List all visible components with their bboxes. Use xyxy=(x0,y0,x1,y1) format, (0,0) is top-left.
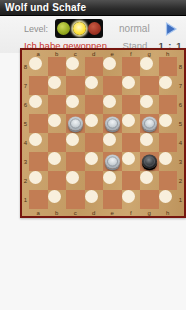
square-g2[interactable] xyxy=(140,171,153,184)
white-sheep-checker-c5[interactable] xyxy=(68,117,83,131)
square-a6[interactable] xyxy=(29,95,42,108)
square-c3[interactable] xyxy=(66,152,85,171)
square-f5[interactable] xyxy=(122,114,135,127)
square-g1[interactable] xyxy=(140,190,159,209)
square-c8[interactable] xyxy=(66,57,79,70)
yellow-light-normal[interactable] xyxy=(73,22,86,35)
square-d4[interactable] xyxy=(85,133,104,152)
square-h3[interactable] xyxy=(159,152,172,165)
square-c7[interactable] xyxy=(66,76,85,95)
frame-corner xyxy=(22,50,29,57)
square-b5[interactable] xyxy=(48,114,61,127)
play-triangle-icon[interactable] xyxy=(163,21,179,37)
rank-label-left-5: 5 xyxy=(22,114,29,133)
square-f8[interactable] xyxy=(122,57,141,76)
level-value: normal xyxy=(119,23,150,34)
square-a2[interactable] xyxy=(29,171,42,184)
square-d7[interactable] xyxy=(85,76,98,89)
square-c6[interactable] xyxy=(66,95,79,108)
square-a8[interactable] xyxy=(29,57,42,70)
file-label-bottom-h: h xyxy=(159,209,178,216)
file-label-bottom-g: g xyxy=(140,209,159,216)
square-a7[interactable] xyxy=(29,76,48,95)
square-b4[interactable] xyxy=(48,133,67,152)
square-d5[interactable] xyxy=(85,114,98,127)
file-label-bottom-e: e xyxy=(103,209,122,216)
file-label-bottom-f: f xyxy=(122,209,141,216)
rank-label-left-7: 7 xyxy=(22,76,29,95)
rank-label-right-2: 2 xyxy=(177,171,184,190)
rank-label-left-2: 2 xyxy=(22,171,29,190)
rank-label-right-7: 7 xyxy=(177,76,184,95)
square-c2[interactable] xyxy=(66,171,79,184)
rank-label-right-4: 4 xyxy=(177,133,184,152)
square-c1[interactable] xyxy=(66,190,85,209)
square-a5[interactable] xyxy=(29,114,48,133)
white-sheep-checker-g5[interactable] xyxy=(142,117,157,131)
rank-label-left-8: 8 xyxy=(22,57,29,76)
square-b8[interactable] xyxy=(48,57,67,76)
square-f4[interactable] xyxy=(122,133,141,152)
rank-label-right-3: 3 xyxy=(177,152,184,171)
rank-label-right-6: 6 xyxy=(177,95,184,114)
board-area: abcdefgh8877665544332211abcdefgh xyxy=(20,48,186,218)
square-e8[interactable] xyxy=(103,57,116,70)
square-c5[interactable] xyxy=(66,114,85,133)
square-e6[interactable] xyxy=(103,95,116,108)
square-f7[interactable] xyxy=(122,76,135,89)
file-label-top-d: d xyxy=(85,50,104,57)
square-d1[interactable] xyxy=(85,190,98,203)
square-f2[interactable] xyxy=(122,171,141,190)
black-wolf-checker-g3[interactable] xyxy=(142,155,157,169)
square-e3[interactable] xyxy=(103,152,122,171)
square-g8[interactable] xyxy=(140,57,153,70)
file-label-bottom-b: b xyxy=(48,209,67,216)
file-label-top-g: g xyxy=(140,50,159,57)
frame-corner xyxy=(22,209,29,216)
square-h8[interactable] xyxy=(159,57,178,76)
app-title: Wolf und Schafe xyxy=(5,2,86,13)
square-e4[interactable] xyxy=(103,133,116,146)
square-d6[interactable] xyxy=(85,95,104,114)
rank-label-right-8: 8 xyxy=(177,57,184,76)
square-d2[interactable] xyxy=(85,171,104,190)
level-label: Level: xyxy=(24,24,48,34)
square-b2[interactable] xyxy=(48,171,67,190)
frame-corner xyxy=(177,50,184,57)
rank-label-left-6: 6 xyxy=(22,95,29,114)
square-h1[interactable] xyxy=(159,190,172,203)
square-b1[interactable] xyxy=(48,190,61,203)
rank-label-left-4: 4 xyxy=(22,133,29,152)
square-b6[interactable] xyxy=(48,95,67,114)
white-sheep-checker-e3[interactable] xyxy=(105,155,120,169)
file-label-top-e: e xyxy=(103,50,122,57)
red-light-hard[interactable] xyxy=(88,22,101,35)
square-h5[interactable] xyxy=(159,114,172,127)
square-h2[interactable] xyxy=(159,171,178,190)
square-g4[interactable] xyxy=(140,133,153,146)
file-label-bottom-d: d xyxy=(85,209,104,216)
square-f1[interactable] xyxy=(122,190,135,203)
square-e2[interactable] xyxy=(103,171,116,184)
file-label-top-b: b xyxy=(48,50,67,57)
rank-label-left-3: 3 xyxy=(22,152,29,171)
square-c4[interactable] xyxy=(66,133,79,146)
square-g6[interactable] xyxy=(140,95,153,108)
file-label-top-f: f xyxy=(122,50,141,57)
square-a4[interactable] xyxy=(29,133,42,146)
title-bar: Wolf und Schafe xyxy=(0,0,186,16)
level-traffic-light[interactable] xyxy=(55,19,103,38)
level-row: Level: normal xyxy=(0,18,186,39)
square-d3[interactable] xyxy=(85,152,98,165)
square-f3[interactable] xyxy=(122,152,135,165)
square-d8[interactable] xyxy=(85,57,104,76)
square-e1[interactable] xyxy=(103,190,122,209)
file-label-top-a: a xyxy=(29,50,48,57)
square-g7[interactable] xyxy=(140,76,159,95)
square-h4[interactable] xyxy=(159,133,178,152)
rank-label-right-1: 1 xyxy=(177,190,184,209)
square-a1[interactable] xyxy=(29,190,48,209)
rank-label-left-1: 1 xyxy=(22,190,29,209)
file-label-bottom-c: c xyxy=(66,209,85,216)
file-label-bottom-a: a xyxy=(29,209,48,216)
file-label-top-h: h xyxy=(159,50,178,57)
square-b3[interactable] xyxy=(48,152,61,165)
square-e5[interactable] xyxy=(103,114,122,133)
white-sheep-checker-e5[interactable] xyxy=(105,117,120,131)
square-b7[interactable] xyxy=(48,76,61,89)
green-light-easy[interactable] xyxy=(57,22,70,35)
square-h7[interactable] xyxy=(159,76,172,89)
square-h6[interactable] xyxy=(159,95,178,114)
square-g5[interactable] xyxy=(140,114,159,133)
board: abcdefgh8877665544332211abcdefgh xyxy=(20,48,186,218)
square-f6[interactable] xyxy=(122,95,141,114)
file-label-top-c: c xyxy=(66,50,85,57)
square-e7[interactable] xyxy=(103,76,122,95)
square-a3[interactable] xyxy=(29,152,48,171)
square-g3[interactable] xyxy=(140,152,159,171)
rank-label-right-5: 5 xyxy=(177,114,184,133)
app-window: Wolf und Schafe Level: normal Ich habe g… xyxy=(0,0,186,310)
frame-corner xyxy=(177,209,184,216)
